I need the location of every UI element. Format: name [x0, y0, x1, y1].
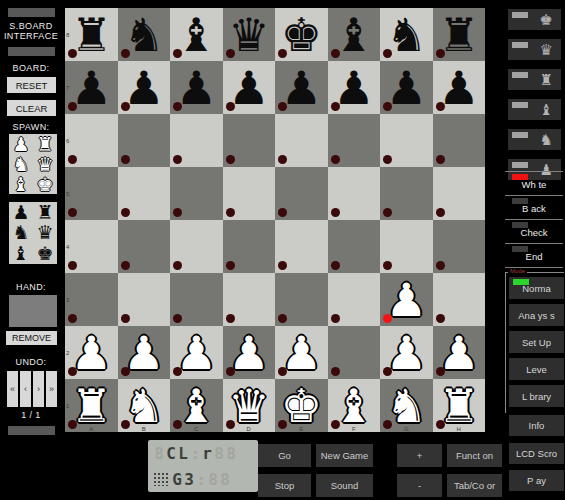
- white-pawn[interactable]: ♟: [386, 277, 427, 323]
- square-dot: [436, 208, 445, 217]
- indicator-led: [512, 42, 528, 48]
- spawn-black-rook[interactable]: ♜: [36, 203, 53, 222]
- square-b1[interactable]: ♞B: [118, 379, 171, 432]
- undo-counter: 1 / 1: [0, 410, 62, 420]
- square-c3[interactable]: [170, 273, 223, 326]
- square-g4[interactable]: [380, 220, 433, 273]
- undo-controls: «‹›»: [7, 371, 57, 407]
- square-e8[interactable]: ♚: [275, 8, 328, 61]
- spawn-black-king[interactable]: ♚: [36, 244, 53, 263]
- separator-line: [505, 219, 563, 220]
- pawn-icon: ♟: [540, 162, 553, 177]
- square-b6[interactable]: [118, 114, 171, 167]
- square-dot: [173, 261, 182, 270]
- indicator-led: [512, 162, 528, 168]
- library-button[interactable]: L brary: [509, 385, 564, 407]
- square-f8[interactable]: ♝: [328, 8, 381, 61]
- square-dot: [278, 49, 287, 58]
- lcd-segment: 8: [153, 444, 165, 463]
- square-c1[interactable]: ♝C: [170, 379, 223, 432]
- sound-button[interactable]: Sound: [316, 474, 373, 497]
- spawn-section-label: SPAWN:: [0, 122, 62, 132]
- square-dot: [278, 261, 287, 270]
- lcd-segment: C: [165, 444, 177, 463]
- lcd-segment: 8: [207, 470, 219, 489]
- square-f7[interactable]: ♟: [328, 61, 381, 114]
- black-knight[interactable]: ♞: [386, 12, 427, 58]
- chess-computer-ui: S.BOARD INTERFACE BOARD: RESET CLEAR SPA…: [0, 0, 565, 500]
- square-dot: [383, 261, 392, 270]
- stop-button[interactable]: Stop: [258, 474, 311, 497]
- square-dot: [383, 102, 392, 111]
- square-dot: [383, 155, 392, 164]
- lcd-display: 8CL:r88G3:88: [148, 440, 258, 492]
- spawn-black-pieces-box: ♟♜♞♛♝♚: [9, 202, 57, 264]
- square-dot: [173, 208, 182, 217]
- info-button[interactable]: Info: [509, 415, 564, 436]
- square-h7[interactable]: ♟: [433, 61, 486, 114]
- square-dot: [278, 208, 287, 217]
- square-h2[interactable]: ♟: [433, 326, 486, 379]
- square-a3[interactable]: 3: [65, 273, 118, 326]
- white-pawn[interactable]: ♟: [71, 330, 112, 376]
- square-d3[interactable]: [223, 273, 276, 326]
- white-king[interactable]: ♚: [281, 383, 322, 429]
- square-dot: [121, 367, 130, 376]
- lcd-segment: 3: [183, 470, 195, 489]
- file-label-a: A: [89, 426, 93, 432]
- square-dot: [121, 155, 130, 164]
- square-dot: [278, 155, 287, 164]
- divider-bar: [8, 47, 55, 56]
- square-dot: [436, 155, 445, 164]
- chess-board: ♜8♞♝♛♚♝♞♜♟7♟♟♟♟♟♟♟6543♟♟2♟♟♟♟♟♟♜1A♞B♝C♛D…: [65, 8, 485, 432]
- square-dot: [121, 49, 130, 58]
- knight-icon: ♞: [540, 132, 553, 147]
- undo-last-button[interactable]: »: [46, 371, 57, 407]
- square-e6[interactable]: [275, 114, 328, 167]
- spawn-white-bishop[interactable]: ♝: [12, 175, 29, 194]
- square-d1[interactable]: ♛D: [223, 379, 276, 432]
- rank-label-1: 1: [66, 403, 69, 409]
- square-g2[interactable]: ♟: [380, 326, 433, 379]
- square-dot: [331, 261, 340, 270]
- square-dot: [278, 314, 287, 323]
- rank-label-3: 3: [66, 297, 69, 303]
- square-dot: [121, 102, 130, 111]
- indicator-led: [512, 72, 528, 78]
- spawn-black-knight[interactable]: ♞: [12, 223, 29, 242]
- square-a5[interactable]: 5: [65, 167, 118, 220]
- square-a4[interactable]: 4: [65, 220, 118, 273]
- play-button[interactable]: P ay: [509, 470, 564, 491]
- black-pawn[interactable]: ♟: [176, 65, 217, 111]
- square-a2[interactable]: ♟2: [65, 326, 118, 379]
- square-f1[interactable]: ♝F: [328, 379, 381, 432]
- square-dot: [383, 367, 392, 376]
- square-dot: [68, 367, 77, 376]
- black-pawn[interactable]: ♟: [281, 65, 322, 111]
- square-e3[interactable]: [275, 273, 328, 326]
- white-bishop[interactable]: ♝: [176, 383, 217, 429]
- separator-line: [505, 171, 563, 172]
- square-dot: [226, 208, 235, 217]
- status-b-ack: B ack: [505, 203, 563, 214]
- go-button[interactable]: Go: [258, 444, 311, 467]
- square-e5[interactable]: [275, 167, 328, 220]
- square-b7[interactable]: ♟: [118, 61, 171, 114]
- clear-button[interactable]: CLEAR: [7, 100, 56, 116]
- reset-button[interactable]: RESET: [7, 77, 56, 93]
- square-h6[interactable]: [433, 114, 486, 167]
- square-dot: [331, 420, 340, 429]
- rank-label-6: 6: [66, 138, 69, 144]
- square-dot: [173, 367, 182, 376]
- separator-line: [505, 195, 563, 196]
- indicator-led: [512, 132, 528, 138]
- file-label-d: D: [247, 426, 251, 432]
- square-f3[interactable]: [328, 273, 381, 326]
- black-pawn[interactable]: ♟: [386, 65, 427, 111]
- status-wh-te: Wh te: [505, 179, 563, 190]
- square-dot: [173, 420, 182, 429]
- square-dot: [121, 261, 130, 270]
- file-label-h: H: [457, 426, 461, 432]
- square-f4[interactable]: [328, 220, 381, 273]
- square-dot: [68, 49, 77, 58]
- square-a6[interactable]: 6: [65, 114, 118, 167]
- square-dot: [173, 155, 182, 164]
- lcd-pixel-block: [153, 472, 168, 486]
- square-dot: [68, 102, 77, 111]
- square-dot: [226, 314, 235, 323]
- lcd-scroll-button[interactable]: LCD Scro: [509, 443, 564, 464]
- square-c8[interactable]: ♝: [170, 8, 223, 61]
- analysis-mode-button[interactable]: Ana ys s: [509, 304, 564, 326]
- square-g6[interactable]: [380, 114, 433, 167]
- undo-back-button[interactable]: ‹: [20, 371, 31, 407]
- spawn-white-rook[interactable]: ♜: [36, 135, 53, 154]
- app-title-line1: S.BOARD: [0, 21, 62, 31]
- file-label-b: B: [142, 426, 146, 432]
- square-dot: [173, 49, 182, 58]
- square-d2[interactable]: ♟: [223, 326, 276, 379]
- square-c6[interactable]: [170, 114, 223, 167]
- square-dot: [331, 367, 340, 376]
- piece-indicator-queen[interactable]: ♛: [508, 39, 561, 60]
- left-panel: S.BOARD INTERFACE BOARD: RESET CLEAR SPA…: [0, 0, 62, 500]
- square-d8[interactable]: ♛: [223, 8, 276, 61]
- file-label-f: F: [352, 426, 356, 432]
- square-h8[interactable]: ♜: [433, 8, 486, 61]
- square-a1[interactable]: ♜1A: [65, 379, 118, 432]
- bishop-icon: ♝: [540, 102, 553, 117]
- square-h1[interactable]: ♜H: [433, 379, 486, 432]
- square-dot: [226, 49, 235, 58]
- piece-indicator-knight[interactable]: ♞: [508, 129, 561, 150]
- queen-icon: ♛: [540, 42, 553, 57]
- square-dot: [68, 314, 77, 323]
- square-e2[interactable]: ♟: [275, 326, 328, 379]
- square-dot: [68, 261, 77, 270]
- lcd-segment: G: [171, 470, 183, 489]
- minus-button[interactable]: -: [397, 474, 442, 497]
- rook-icon: ♜: [540, 72, 553, 87]
- indicator-led: [512, 12, 528, 18]
- square-dot: [226, 261, 235, 270]
- square-c7[interactable]: ♟: [170, 61, 223, 114]
- square-dot: [68, 208, 77, 217]
- highlight-dot: [383, 314, 392, 323]
- spawn-black-bishop[interactable]: ♝: [12, 244, 29, 263]
- square-dot: [436, 49, 445, 58]
- lcd-segment: 8: [213, 444, 225, 463]
- square-dot: [436, 261, 445, 270]
- level-button[interactable]: Leve: [509, 358, 564, 380]
- spawn-black-pawn[interactable]: ♟: [12, 203, 29, 222]
- lcd-row-1: 8CL:r88: [148, 440, 258, 466]
- indicator-led: [512, 102, 528, 108]
- rank-label-8: 8: [66, 32, 69, 38]
- black-rook[interactable]: ♜: [71, 12, 112, 58]
- square-dot: [331, 314, 340, 323]
- file-label-c: C: [194, 426, 198, 432]
- square-dot: [331, 49, 340, 58]
- square-dot: [226, 420, 235, 429]
- square-dot: [226, 155, 235, 164]
- square-d6[interactable]: [223, 114, 276, 167]
- square-dot: [278, 420, 287, 429]
- square-dot: [121, 208, 130, 217]
- file-label-g: G: [404, 426, 409, 432]
- square-h4[interactable]: [433, 220, 486, 273]
- remove-button[interactable]: REMOVE: [6, 331, 57, 345]
- lcd-segment: 8: [219, 470, 231, 489]
- square-b4[interactable]: [118, 220, 171, 273]
- lcd-segment: r: [201, 444, 213, 463]
- rank-label-7: 7: [66, 85, 69, 91]
- spawn-white-knight[interactable]: ♞: [12, 155, 29, 174]
- spawn-white-king[interactable]: ♚: [36, 175, 53, 194]
- square-c5[interactable]: [170, 167, 223, 220]
- status-check: Check: [505, 227, 563, 238]
- piece-indicator-king[interactable]: ♚: [508, 9, 561, 30]
- square-b3[interactable]: [118, 273, 171, 326]
- square-dot: [436, 367, 445, 376]
- square-dot: [278, 102, 287, 111]
- square-dot: [383, 49, 392, 58]
- square-dot: [278, 367, 287, 376]
- white-pawn[interactable]: ♟: [281, 330, 322, 376]
- divider-bar: [8, 426, 55, 435]
- square-g1[interactable]: ♞G: [380, 379, 433, 432]
- black-bishop[interactable]: ♝: [176, 12, 217, 58]
- square-e7[interactable]: ♟: [275, 61, 328, 114]
- square-dot: [121, 314, 130, 323]
- square-dot: [436, 102, 445, 111]
- hand-box[interactable]: [9, 295, 57, 327]
- square-g7[interactable]: ♟: [380, 61, 433, 114]
- king-icon: ♚: [540, 12, 553, 27]
- spawn-black-queen[interactable]: ♛: [36, 223, 53, 242]
- square-dot: [121, 420, 130, 429]
- black-king[interactable]: ♚: [281, 12, 322, 58]
- lcd-segment: L: [177, 444, 189, 463]
- new-game-button[interactable]: New Game: [316, 444, 373, 467]
- square-d7[interactable]: ♟: [223, 61, 276, 114]
- square-a7[interactable]: ♟7: [65, 61, 118, 114]
- square-b5[interactable]: [118, 167, 171, 220]
- white-rook[interactable]: ♜: [71, 383, 112, 429]
- normal-mode-button[interactable]: Norma: [509, 277, 564, 299]
- plus-button[interactable]: +: [397, 444, 442, 467]
- hand-section-label: HAND:: [0, 282, 62, 292]
- rank-label-4: 4: [66, 244, 69, 250]
- piece-indicator-rook[interactable]: ♜: [508, 69, 561, 90]
- lcd-segment: :: [189, 444, 201, 463]
- square-dot: [383, 208, 392, 217]
- spawn-white-pieces-box: ♟♜♞♛♝♚: [9, 134, 57, 194]
- square-dot: [436, 314, 445, 323]
- square-d5[interactable]: [223, 167, 276, 220]
- white-pawn[interactable]: ♟: [176, 330, 217, 376]
- square-d4[interactable]: [223, 220, 276, 273]
- square-e1[interactable]: ♚E: [275, 379, 328, 432]
- divider-bar: [8, 8, 55, 17]
- square-dot: [331, 208, 340, 217]
- square-dot: [68, 420, 77, 429]
- square-dot: [331, 155, 340, 164]
- white-pawn[interactable]: ♟: [386, 330, 427, 376]
- rank-label-2: 2: [66, 350, 69, 356]
- app-title-line2: INTERFACE: [0, 31, 62, 41]
- separator-line: [505, 243, 563, 244]
- square-c4[interactable]: [170, 220, 223, 273]
- square-f5[interactable]: [328, 167, 381, 220]
- square-a8[interactable]: ♜8: [65, 8, 118, 61]
- square-b8[interactable]: ♞: [118, 8, 171, 61]
- square-dot: [226, 367, 235, 376]
- square-dot: [68, 155, 77, 164]
- square-h5[interactable]: [433, 167, 486, 220]
- white-knight[interactable]: ♞: [386, 383, 427, 429]
- spawn-white-queen[interactable]: ♛: [36, 155, 53, 174]
- tab-color-button[interactable]: Tab/Co or: [447, 474, 502, 497]
- lcd-row-2: G3:88: [148, 466, 258, 492]
- mode-group-label: Mode: [508, 268, 527, 274]
- mode-led-green: [513, 279, 529, 285]
- square-g3[interactable]: ♟: [380, 273, 433, 326]
- lcd-segment: 8: [225, 444, 237, 463]
- square-g5[interactable]: [380, 167, 433, 220]
- square-dot: [226, 102, 235, 111]
- file-label-e: E: [299, 426, 303, 432]
- square-dot: [436, 420, 445, 429]
- spawn-white-pawn[interactable]: ♟: [12, 135, 29, 154]
- square-dot: [173, 314, 182, 323]
- right-panel: Mode ♚♛♜♝♞♟Wh teB ackCheckEndNormaAna ys…: [505, 0, 565, 500]
- status-end: End: [505, 251, 563, 262]
- black-pawn[interactable]: ♟: [71, 65, 112, 111]
- square-dot: [331, 102, 340, 111]
- square-h3[interactable]: [433, 273, 486, 326]
- rank-label-5: 5: [66, 191, 69, 197]
- square-g8[interactable]: ♞: [380, 8, 433, 61]
- square-dot: [173, 102, 182, 111]
- undo-forward-button[interactable]: ›: [33, 371, 44, 407]
- function-button[interactable]: Funct on: [447, 444, 502, 467]
- square-f2[interactable]: [328, 326, 381, 379]
- board-section-label: BOARD:: [0, 63, 62, 73]
- square-e4[interactable]: [275, 220, 328, 273]
- piece-indicator-bishop[interactable]: ♝: [508, 99, 561, 120]
- square-dot: [383, 420, 392, 429]
- lcd-segment: :: [195, 470, 207, 489]
- undo-first-button[interactable]: «: [7, 371, 18, 407]
- undo-section-label: UNDO:: [0, 357, 62, 367]
- square-c2[interactable]: ♟: [170, 326, 223, 379]
- setup-mode-button[interactable]: Set Up: [509, 331, 564, 353]
- square-f6[interactable]: [328, 114, 381, 167]
- square-b2[interactable]: ♟: [118, 326, 171, 379]
